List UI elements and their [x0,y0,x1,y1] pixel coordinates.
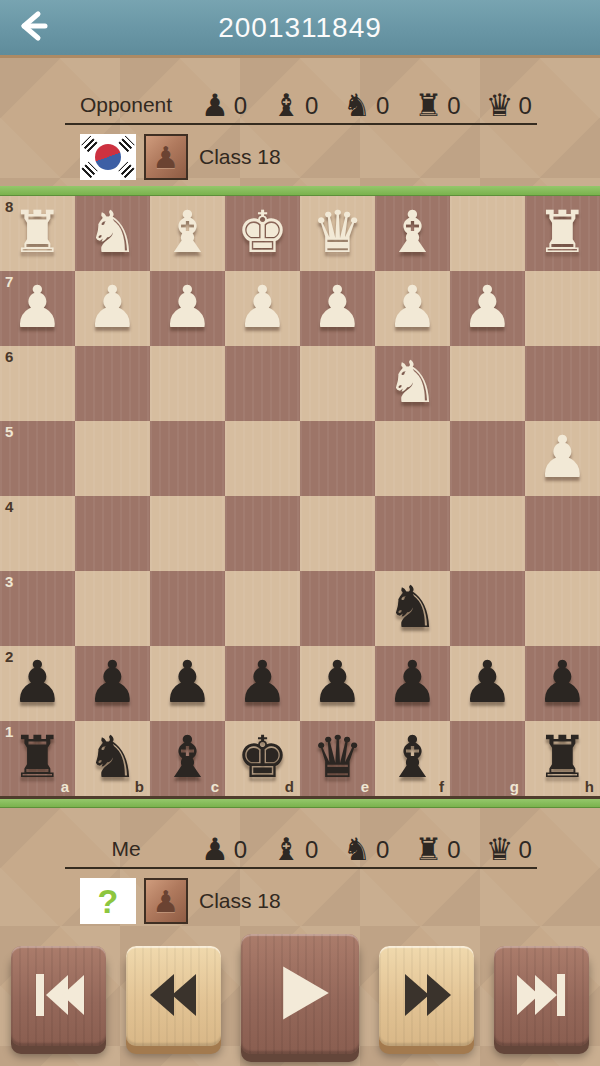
me-panel: Me ♟0♝0♞0♜0♛0 ? ♟ Class 18 [0,808,600,926]
opponent-class-label: Class 18 [199,145,281,169]
file-label: f [439,778,444,795]
board-top-border [0,186,600,196]
captured-rook-count: 0 [447,92,460,120]
bishop-icon: ♝ [272,834,300,864]
square-f8[interactable]: ♝ [375,196,450,271]
square-f7[interactable]: ♟ [375,271,450,346]
skip-to-end-button[interactable] [494,946,589,1046]
square-c7[interactable]: ♟ [150,271,225,346]
square-g5[interactable] [450,421,525,496]
captured-pawn-count: 0 [234,836,247,864]
square-e3[interactable] [300,571,375,646]
piece-white-knight: ♞ [75,196,150,271]
piece-black-pawn: ♟ [225,646,300,721]
square-d5[interactable] [225,421,300,496]
square-h3[interactable] [525,571,600,646]
rank-label: 1 [5,723,13,740]
captured-rook-count: 0 [447,836,460,864]
play-icon [264,957,336,1032]
previous-move-button[interactable] [126,946,221,1046]
square-d4[interactable] [225,496,300,571]
file-label: e [361,778,369,795]
square-g2[interactable]: ♟ [450,646,525,721]
captured-bishop-count: 0 [305,92,318,120]
square-f6[interactable]: ♞ [375,346,450,421]
square-c4[interactable] [150,496,225,571]
square-c2[interactable]: ♟ [150,646,225,721]
me-divider [65,867,537,869]
square-c6[interactable] [150,346,225,421]
file-label: c [211,778,219,795]
bronze-pawn-icon: ♟ [153,140,180,175]
square-h6[interactable] [525,346,600,421]
piece-white-king: ♚ [225,196,300,271]
piece-black-pawn: ♟ [375,646,450,721]
taegeuk-icon [95,144,121,170]
rank-label: 5 [5,423,13,440]
piece-white-pawn: ♟ [225,271,300,346]
bronze-pawn-icon: ♟ [153,884,180,919]
file-label: d [285,778,294,795]
square-f1[interactable]: f♝ [375,721,450,796]
file-label: b [135,778,144,795]
square-f2[interactable]: ♟ [375,646,450,721]
square-d8[interactable]: ♚ [225,196,300,271]
captured-queen-counter: ♛0 [486,834,532,864]
next-move-button[interactable] [379,946,474,1046]
pawn-icon: ♟ [201,834,229,864]
knight-icon: ♞ [343,834,371,864]
skip-to-start-button[interactable] [11,946,106,1046]
square-a1[interactable]: 1a♜ [0,721,75,796]
captured-queen-counter: ♛0 [486,90,532,120]
square-g7[interactable]: ♟ [450,271,525,346]
chess-replay-screen: 2001311849 Opponent ♟0♝0♞0♜0♛0 ♟ Class 1… [0,0,600,1066]
piece-black-pawn: ♟ [300,646,375,721]
square-f5[interactable] [375,421,450,496]
captured-knight-counter: ♞0 [343,90,389,120]
captured-bishop-count: 0 [305,836,318,864]
queen-icon: ♛ [486,90,514,120]
file-label: a [61,778,69,795]
square-d7[interactable]: ♟ [225,271,300,346]
rank-label: 6 [5,348,13,365]
me-rank-badge: ♟ [144,878,188,924]
queen-icon: ♛ [486,834,514,864]
rank-label: 8 [5,198,13,215]
rook-icon: ♜ [414,834,442,864]
piece-white-bishop: ♝ [150,196,225,271]
captured-pawn-count: 0 [234,92,247,120]
square-b8[interactable]: ♞ [75,196,150,271]
square-h7[interactable] [525,271,600,346]
square-a5[interactable]: 5 [0,421,75,496]
opponent-panel: Opponent ♟0♝0♞0♜0♛0 ♟ Class 18 [0,58,600,186]
captured-queen-count: 0 [518,92,531,120]
piece-black-pawn: ♟ [75,646,150,721]
piece-black-knight: ♞ [375,571,450,646]
piece-white-pawn: ♟ [300,271,375,346]
square-a3[interactable]: 3 [0,571,75,646]
piece-black-pawn: ♟ [150,646,225,721]
playback-controls [0,926,600,1066]
square-g6[interactable] [450,346,525,421]
square-h5[interactable]: ♟ [525,421,600,496]
opponent-captures: ♟0♝0♞0♜0♛0 [201,90,532,120]
square-h1[interactable]: h♜ [525,721,600,796]
square-h8[interactable]: ♜ [525,196,600,271]
piece-black-pawn: ♟ [525,646,600,721]
top-bar: 2001311849 [0,0,600,58]
piece-white-rook: ♜ [525,196,600,271]
square-e1[interactable]: e♛ [300,721,375,796]
captured-bishop-counter: ♝0 [272,834,318,864]
square-a4[interactable]: 4 [0,496,75,571]
captured-knight-count: 0 [376,836,389,864]
piece-white-pawn: ♟ [375,271,450,346]
square-g3[interactable] [450,571,525,646]
square-g1[interactable]: g [450,721,525,796]
south-korea-flag [80,134,136,180]
square-e7[interactable]: ♟ [300,271,375,346]
piece-white-pawn: ♟ [525,421,600,496]
captured-knight-counter: ♞0 [343,834,389,864]
opponent-label: Opponent [65,90,187,120]
rank-label: 2 [5,648,13,665]
game-id-title: 2001311849 [0,12,600,44]
board-bottom-border [0,796,600,808]
piece-white-knight: ♞ [375,346,450,421]
captured-rook-counter: ♜0 [414,90,460,120]
file-label: h [585,778,594,795]
square-b7[interactable]: ♟ [75,271,150,346]
chess-board: 8♜♞♝♚♛♝♜7♟♟♟♟♟♟♟6♞5♟43♞2♟♟♟♟♟♟♟♟1a♜b♞c♝d… [0,196,600,796]
opponent-rank-badge: ♟ [144,134,188,180]
square-b4[interactable] [75,496,150,571]
knight-icon: ♞ [343,90,371,120]
square-d3[interactable] [225,571,300,646]
square-a8[interactable]: 8♜ [0,196,75,271]
captured-bishop-counter: ♝0 [272,90,318,120]
square-g8[interactable] [450,196,525,271]
square-e8[interactable]: ♛ [300,196,375,271]
square-e6[interactable] [300,346,375,421]
piece-white-queen: ♛ [300,196,375,271]
piece-white-pawn: ♟ [450,271,525,346]
square-a2[interactable]: 2♟ [0,646,75,721]
rank-label: 7 [5,273,13,290]
me-captures: ♟0♝0♞0♜0♛0 [201,834,532,864]
square-f4[interactable] [375,496,450,571]
rank-label: 3 [5,573,13,590]
pawn-icon: ♟ [201,90,229,120]
skip-to-end-icon [512,965,572,1028]
square-e2[interactable]: ♟ [300,646,375,721]
unknown-flag: ? [80,878,136,924]
square-d2[interactable]: ♟ [225,646,300,721]
fast-forward-icon [397,965,457,1028]
rank-label: 4 [5,498,13,515]
piece-black-pawn: ♟ [450,646,525,721]
square-a7[interactable]: 7♟ [0,271,75,346]
square-h4[interactable] [525,496,600,571]
opponent-divider [65,123,537,125]
bishop-icon: ♝ [272,90,300,120]
file-label: g [510,778,519,795]
me-class-label: Class 18 [199,889,281,913]
square-c8[interactable]: ♝ [150,196,225,271]
captured-knight-count: 0 [376,92,389,120]
play-button[interactable] [241,934,359,1054]
square-b2[interactable]: ♟ [75,646,150,721]
piece-white-pawn: ♟ [75,271,150,346]
square-f3[interactable]: ♞ [375,571,450,646]
square-c3[interactable] [150,571,225,646]
me-label: Me [65,834,187,864]
captured-rook-counter: ♜0 [414,834,460,864]
captured-pawn-counter: ♟0 [201,834,247,864]
rook-icon: ♜ [414,90,442,120]
square-g4[interactable] [450,496,525,571]
square-d1[interactable]: d♚ [225,721,300,796]
square-a6[interactable]: 6 [0,346,75,421]
square-b6[interactable] [75,346,150,421]
piece-white-bishop: ♝ [375,196,450,271]
square-b5[interactable] [75,421,150,496]
piece-white-pawn: ♟ [150,271,225,346]
square-b3[interactable] [75,571,150,646]
rewind-icon [144,965,204,1028]
square-c1[interactable]: c♝ [150,721,225,796]
captured-queen-count: 0 [518,836,531,864]
square-b1[interactable]: b♞ [75,721,150,796]
skip-to-start-icon [29,965,89,1028]
captured-pawn-counter: ♟0 [201,90,247,120]
square-d6[interactable] [225,346,300,421]
square-e5[interactable] [300,421,375,496]
square-c5[interactable] [150,421,225,496]
square-e4[interactable] [300,496,375,571]
square-h2[interactable]: ♟ [525,646,600,721]
